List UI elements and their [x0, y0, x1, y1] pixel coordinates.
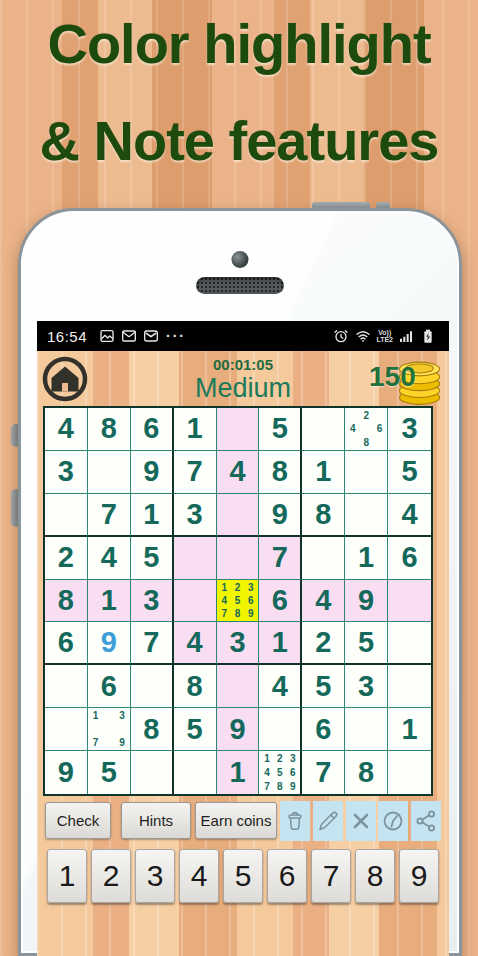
- sudoku-cell-r1c1[interactable]: 4: [45, 408, 88, 451]
- numpad-key-3[interactable]: 3: [135, 849, 175, 903]
- sudoku-cell-r6c5[interactable]: 3: [217, 622, 260, 665]
- given-digit: 4: [229, 455, 245, 488]
- given-digit: 8: [358, 756, 374, 789]
- trash-icon[interactable]: [280, 801, 310, 841]
- network-label: Vo)) LTE2: [376, 329, 393, 344]
- sudoku-cell-r5c4[interactable]: [174, 580, 217, 623]
- sudoku-cell-r9c5[interactable]: 1: [217, 751, 260, 794]
- share-icon[interactable]: [411, 801, 441, 841]
- given-digit: 8: [315, 498, 331, 531]
- sudoku-cell-r4c2[interactable]: 4: [88, 537, 131, 580]
- given-digit: 9: [358, 584, 374, 617]
- close-icon[interactable]: [346, 801, 376, 841]
- given-digit: 3: [401, 412, 417, 445]
- given-digit: 4: [272, 670, 288, 703]
- sudoku-cell-r3c4[interactable]: 3: [174, 494, 217, 537]
- given-digit: 3: [143, 584, 159, 617]
- sudoku-cell-r2c7[interactable]: 1: [302, 451, 345, 494]
- wifi-icon: [355, 328, 371, 344]
- toolbar: CheckHintsEarn coins: [37, 801, 449, 843]
- sudoku-cell-r1c9[interactable]: 3: [388, 408, 431, 451]
- sudoku-cell-r9c3[interactable]: [131, 751, 174, 794]
- sudoku-cell-r7c5[interactable]: [217, 665, 260, 708]
- sudoku-cell-r7c4[interactable]: 8: [174, 665, 217, 708]
- sudoku-cell-r6c7[interactable]: 2: [302, 622, 345, 665]
- sudoku-cell-r7c9[interactable]: [388, 665, 431, 708]
- sudoku-cell-r3c9[interactable]: 4: [388, 494, 431, 537]
- sudoku-board: 4861524683397481571398424571681312345678…: [43, 406, 433, 796]
- given-digit: 1: [187, 412, 203, 445]
- given-digit: 4: [401, 498, 417, 531]
- given-digit: 8: [272, 455, 288, 488]
- given-digit: 2: [315, 626, 331, 659]
- given-digit: 7: [272, 541, 288, 574]
- sudoku-cell-r8c1[interactable]: [45, 708, 88, 751]
- given-digit: 3: [229, 626, 245, 659]
- sudoku-cell-r7c1[interactable]: [45, 665, 88, 708]
- given-digit: 5: [187, 713, 203, 746]
- clock-text: 16:54: [47, 328, 87, 345]
- numpad-key-8[interactable]: 8: [355, 849, 395, 903]
- sudoku-cell-r4c5[interactable]: [217, 537, 260, 580]
- gmail-icon: [143, 328, 159, 344]
- sudoku-cell-r8c9[interactable]: 1: [388, 708, 431, 751]
- given-digit: 1: [401, 713, 417, 746]
- sudoku-cell-r8c8[interactable]: [345, 708, 388, 751]
- numpad-key-4[interactable]: 4: [179, 849, 219, 903]
- given-digit: 1: [143, 498, 159, 531]
- pencil-notes: 2468: [346, 409, 386, 449]
- sudoku-cell-r1c4[interactable]: 1: [174, 408, 217, 451]
- sudoku-cell-r8c4[interactable]: 5: [174, 708, 217, 751]
- given-digit: 9: [143, 455, 159, 488]
- earn-coins-button[interactable]: Earn coins: [195, 802, 277, 839]
- given-digit: 8: [143, 713, 159, 746]
- phone-screen: 16:54 ··· Vo)) LTE2 00:01:05 Medium 150: [37, 321, 449, 956]
- sudoku-cell-r8c2[interactable]: 1379: [88, 708, 131, 751]
- sudoku-cell-r6c1[interactable]: 6: [45, 622, 88, 665]
- sudoku-cell-r1c2[interactable]: 8: [88, 408, 131, 451]
- sudoku-cell-r5c2[interactable]: 1: [88, 580, 131, 623]
- given-digit: 9: [272, 498, 288, 531]
- sudoku-cell-r1c8[interactable]: 2468: [345, 408, 388, 451]
- sudoku-cell-r3c8[interactable]: [345, 494, 388, 537]
- sudoku-cell-r9c8[interactable]: 8: [345, 751, 388, 794]
- sudoku-cell-r5c9[interactable]: [388, 580, 431, 623]
- status-bar: 16:54 ··· Vo)) LTE2: [37, 321, 449, 351]
- given-digit: 6: [401, 541, 417, 574]
- signal-bars-icon: [398, 328, 414, 344]
- pencil-notes: 1379: [89, 709, 129, 749]
- sudoku-cell-r9c2[interactable]: 5: [88, 751, 131, 794]
- numpad-key-7[interactable]: 7: [311, 849, 351, 903]
- sudoku-cell-r3c7[interactable]: 8: [302, 494, 345, 537]
- check-button[interactable]: Check: [45, 802, 111, 839]
- given-digit: 1: [358, 541, 374, 574]
- sudoku-cell-r5c5[interactable]: 123456789: [217, 580, 260, 623]
- given-digit: 6: [101, 670, 117, 703]
- given-digit: 4: [101, 541, 117, 574]
- given-digit: 1: [229, 756, 245, 789]
- phone-frame: 16:54 ··· Vo)) LTE2 00:01:05 Medium 150: [18, 208, 462, 956]
- given-digit: 5: [272, 412, 288, 445]
- given-digit: 6: [315, 713, 331, 746]
- promo-banner: Color highlight & Note features: [0, 16, 478, 210]
- sudoku-cell-r2c6[interactable]: 8: [259, 451, 302, 494]
- given-digit: 7: [315, 756, 331, 789]
- sudoku-cell-r2c8[interactable]: [345, 451, 388, 494]
- given-digit: 1: [315, 455, 331, 488]
- sudoku-cell-r7c7[interactable]: 5: [302, 665, 345, 708]
- given-digit: 4: [315, 584, 331, 617]
- given-digit: 9: [58, 756, 74, 789]
- sudoku-cell-r8c5[interactable]: 9: [217, 708, 260, 751]
- given-digit: 6: [143, 412, 159, 445]
- given-digit: 6: [58, 626, 74, 659]
- sudoku-cell-r4c3[interactable]: 5: [131, 537, 174, 580]
- sudoku-cell-r7c6[interactable]: 4: [259, 665, 302, 708]
- sudoku-cell-r9c6[interactable]: 123456789: [259, 751, 302, 794]
- banner-line1: Color highlight: [0, 16, 478, 72]
- sudoku-cell-r6c4[interactable]: 4: [174, 622, 217, 665]
- given-digit: 4: [58, 412, 74, 445]
- sudoku-cell-r3c5[interactable]: [217, 494, 260, 537]
- hints-button[interactable]: Hints: [121, 802, 191, 839]
- sudoku-cell-r7c3[interactable]: [131, 665, 174, 708]
- numpad-key-1[interactable]: 1: [47, 849, 87, 903]
- earpiece-speaker: [196, 277, 284, 294]
- sudoku-cell-r6c3[interactable]: 7: [131, 622, 174, 665]
- sudoku-cell-r1c5[interactable]: [217, 408, 260, 451]
- given-digit: 3: [58, 455, 74, 488]
- pencil-icon[interactable]: [313, 801, 343, 841]
- sudoku-cell-r4c1[interactable]: 2: [45, 537, 88, 580]
- more-notifications-icon: ···: [166, 328, 186, 344]
- sudoku-cell-r4c8[interactable]: 1: [345, 537, 388, 580]
- given-digit: 6: [272, 584, 288, 617]
- sudoku-cell-r5c1[interactable]: 8: [45, 580, 88, 623]
- given-digit: 2: [58, 541, 74, 574]
- sudoku-cell-r8c6[interactable]: [259, 708, 302, 751]
- sudoku-cell-r6c9[interactable]: [388, 622, 431, 665]
- sudoku-cell-r4c6[interactable]: 7: [259, 537, 302, 580]
- sudoku-cell-r7c8[interactable]: 3: [345, 665, 388, 708]
- given-digit: 5: [315, 670, 331, 703]
- banner-line2: & Note features: [0, 113, 478, 169]
- sudoku-cell-r9c9[interactable]: [388, 751, 431, 794]
- given-digit: 7: [101, 498, 117, 531]
- sudoku-cell-r5c3[interactable]: 3: [131, 580, 174, 623]
- sudoku-cell-r3c6[interactable]: 9: [259, 494, 302, 537]
- sudoku-cell-r1c3[interactable]: 6: [131, 408, 174, 451]
- status-right-cluster: Vo)) LTE2: [330, 328, 439, 344]
- clock-icon[interactable]: [378, 801, 408, 841]
- sudoku-cell-r2c5[interactable]: 4: [217, 451, 260, 494]
- sudoku-cell-r5c6[interactable]: 6: [259, 580, 302, 623]
- given-digit: 8: [58, 584, 74, 617]
- numpad-key-9[interactable]: 9: [399, 849, 439, 903]
- given-digit: 9: [229, 713, 245, 746]
- mail-icon: [121, 328, 137, 344]
- given-digit: 5: [143, 541, 159, 574]
- coin-balance: 150: [369, 350, 447, 408]
- given-digit: 1: [272, 626, 288, 659]
- number-pad: 123456789: [37, 849, 449, 903]
- sudoku-cell-r9c4[interactable]: [174, 751, 217, 794]
- pencil-notes: 123456789: [260, 752, 299, 793]
- coin-amount: 150: [369, 361, 416, 393]
- sudoku-cell-r1c7[interactable]: [302, 408, 345, 451]
- given-digit: 8: [101, 412, 117, 445]
- user-digit: 9: [101, 626, 117, 659]
- numpad-key-5[interactable]: 5: [223, 849, 263, 903]
- sudoku-cell-r4c9[interactable]: 6: [388, 537, 431, 580]
- sudoku-cell-r2c4[interactable]: 7: [174, 451, 217, 494]
- given-digit: 7: [143, 626, 159, 659]
- sudoku-cell-r2c2[interactable]: [88, 451, 131, 494]
- given-digit: 3: [358, 670, 374, 703]
- sudoku-cell-r9c7[interactable]: 7: [302, 751, 345, 794]
- battery-icon: [420, 328, 436, 344]
- sudoku-cell-r4c4[interactable]: [174, 537, 217, 580]
- sudoku-cell-r3c3[interactable]: 1: [131, 494, 174, 537]
- given-digit: 5: [358, 626, 374, 659]
- sudoku-cell-r3c2[interactable]: 7: [88, 494, 131, 537]
- sudoku-cell-r1c6[interactable]: 5: [259, 408, 302, 451]
- numpad-key-6[interactable]: 6: [267, 849, 307, 903]
- given-digit: 5: [401, 455, 417, 488]
- sudoku-cell-r6c2[interactable]: 9: [88, 622, 131, 665]
- sudoku-cell-r2c1[interactable]: 3: [45, 451, 88, 494]
- sudoku-cell-r8c7[interactable]: 6: [302, 708, 345, 751]
- pencil-notes: 123456789: [218, 581, 258, 621]
- sudoku-cell-r8c3[interactable]: 8: [131, 708, 174, 751]
- sudoku-cell-r5c8[interactable]: 9: [345, 580, 388, 623]
- sudoku-cell-r2c3[interactable]: 9: [131, 451, 174, 494]
- front-camera: [232, 251, 249, 268]
- sudoku-cell-r2c9[interactable]: 5: [388, 451, 431, 494]
- sudoku-cell-r9c1[interactable]: 9: [45, 751, 88, 794]
- given-digit: 3: [187, 498, 203, 531]
- sudoku-cell-r6c6[interactable]: 1: [259, 622, 302, 665]
- given-digit: 7: [187, 455, 203, 488]
- given-digit: 5: [101, 756, 117, 789]
- given-digit: 1: [101, 584, 117, 617]
- given-digit: 8: [187, 670, 203, 703]
- sudoku-cell-r5c7[interactable]: 4: [302, 580, 345, 623]
- numpad-key-2[interactable]: 2: [91, 849, 131, 903]
- gallery-icon: [99, 328, 115, 344]
- sudoku-cell-r6c8[interactable]: 5: [345, 622, 388, 665]
- given-digit: 4: [187, 626, 203, 659]
- sudoku-cell-r7c2[interactable]: 6: [88, 665, 131, 708]
- alarm-icon: [333, 328, 349, 344]
- sudoku-cell-r3c1[interactable]: [45, 494, 88, 537]
- sudoku-cell-r4c7[interactable]: [302, 537, 345, 580]
